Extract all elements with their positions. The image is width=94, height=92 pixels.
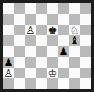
square-g8[interactable] [69, 3, 80, 14]
square-f7[interactable] [58, 14, 69, 25]
square-f3[interactable] [58, 57, 69, 68]
square-c6[interactable]: ♙ [25, 25, 36, 36]
square-c3[interactable] [25, 57, 36, 68]
white-knight-icon: ♘ [70, 25, 79, 36]
chess-board: ♙♚♘♝♟♟♙♔ [3, 3, 91, 89]
square-a7[interactable] [3, 14, 14, 25]
square-b5[interactable] [14, 35, 25, 46]
square-g4[interactable] [69, 46, 80, 57]
square-a4[interactable] [3, 46, 14, 57]
square-b4[interactable] [14, 46, 25, 57]
square-g7[interactable] [69, 14, 80, 25]
square-e1[interactable] [47, 78, 58, 89]
square-h1[interactable] [80, 78, 91, 89]
square-b7[interactable] [14, 14, 25, 25]
square-g3[interactable] [69, 57, 80, 68]
square-b1[interactable] [14, 78, 25, 89]
square-c4[interactable] [25, 46, 36, 57]
square-f2[interactable] [58, 68, 69, 79]
square-a3[interactable]: ♟ [3, 57, 14, 68]
square-c7[interactable] [25, 14, 36, 25]
square-a6[interactable] [3, 25, 14, 36]
square-d1[interactable] [36, 78, 47, 89]
black-pawn-icon: ♟ [4, 57, 13, 68]
square-g2[interactable] [69, 68, 80, 79]
white-pawn-icon: ♙ [4, 68, 13, 79]
square-h4[interactable] [80, 46, 91, 57]
square-h7[interactable] [80, 14, 91, 25]
square-c8[interactable] [25, 3, 36, 14]
square-e3[interactable] [47, 57, 58, 68]
chess-diagram-screenshot: ♙♚♘♝♟♟♙♔ [0, 0, 94, 92]
black-bishop-icon: ♝ [70, 35, 79, 46]
square-e8[interactable] [47, 3, 58, 14]
square-b6[interactable] [14, 25, 25, 36]
square-a1[interactable] [3, 78, 14, 89]
square-a2[interactable]: ♙ [3, 68, 14, 79]
square-g6[interactable]: ♘ [69, 25, 80, 36]
square-f4[interactable]: ♟ [58, 46, 69, 57]
square-f1[interactable] [58, 78, 69, 89]
square-h3[interactable] [80, 57, 91, 68]
square-d2[interactable] [36, 68, 47, 79]
square-c2[interactable] [25, 68, 36, 79]
square-h6[interactable] [80, 25, 91, 36]
square-b2[interactable] [14, 68, 25, 79]
square-h8[interactable] [80, 3, 91, 14]
square-d7[interactable] [36, 14, 47, 25]
square-a8[interactable] [3, 3, 14, 14]
square-d8[interactable] [36, 3, 47, 14]
square-c1[interactable] [25, 78, 36, 89]
square-d4[interactable] [36, 46, 47, 57]
square-f8[interactable] [58, 3, 69, 14]
square-b3[interactable] [14, 57, 25, 68]
square-e6[interactable]: ♚ [47, 25, 58, 36]
square-e5[interactable] [47, 35, 58, 46]
square-d5[interactable] [36, 35, 47, 46]
black-pawn-icon: ♟ [59, 46, 68, 57]
square-d6[interactable] [36, 25, 47, 36]
square-f5[interactable] [58, 35, 69, 46]
black-king-icon: ♚ [48, 25, 57, 36]
square-f6[interactable] [58, 25, 69, 36]
square-a5[interactable] [3, 35, 14, 46]
square-e4[interactable] [47, 46, 58, 57]
square-c5[interactable] [25, 35, 36, 46]
square-h5[interactable] [80, 35, 91, 46]
white-king-icon: ♔ [48, 68, 57, 79]
square-h2[interactable] [80, 68, 91, 79]
board-frame: ♙♚♘♝♟♟♙♔ [0, 0, 94, 92]
square-e2[interactable]: ♔ [47, 68, 58, 79]
square-g1[interactable] [69, 78, 80, 89]
white-pawn-icon: ♙ [26, 25, 35, 36]
square-b8[interactable] [14, 3, 25, 14]
square-g5[interactable]: ♝ [69, 35, 80, 46]
square-d3[interactable] [36, 57, 47, 68]
square-e7[interactable] [47, 14, 58, 25]
